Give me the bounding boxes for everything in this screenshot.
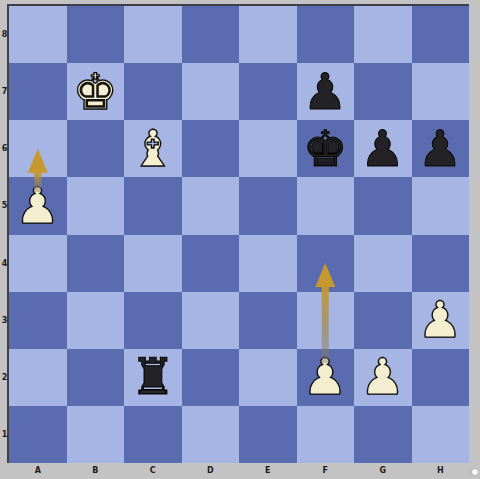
square-h4[interactable] (412, 235, 470, 292)
rank-label: 2 (0, 349, 9, 406)
piece-black-pawn[interactable]: ♟ (303, 67, 348, 117)
square-b7[interactable]: ♚ (67, 63, 125, 120)
square-d6[interactable] (182, 120, 240, 177)
piece-black-pawn[interactable]: ♟ (360, 124, 405, 174)
square-g7[interactable] (354, 63, 412, 120)
square-a5[interactable]: ♟ (9, 177, 67, 234)
square-f5[interactable] (297, 177, 355, 234)
square-h8[interactable] (412, 6, 470, 63)
rank-label: 3 (0, 292, 9, 349)
square-g2[interactable]: ♟ (354, 349, 412, 406)
piece-white-king[interactable]: ♚ (73, 67, 118, 117)
square-e7[interactable] (239, 63, 297, 120)
square-f4[interactable] (297, 235, 355, 292)
square-h3[interactable]: ♟ (412, 292, 470, 349)
square-b8[interactable] (67, 6, 125, 63)
square-f8[interactable] (297, 6, 355, 63)
square-f7[interactable]: ♟ (297, 63, 355, 120)
file-label: G (354, 463, 412, 477)
square-b5[interactable] (67, 177, 125, 234)
square-c7[interactable] (124, 63, 182, 120)
square-h2[interactable] (412, 349, 470, 406)
square-h6[interactable]: ♟ (412, 120, 470, 177)
square-e1[interactable] (239, 406, 297, 463)
square-c5[interactable] (124, 177, 182, 234)
square-e6[interactable] (239, 120, 297, 177)
square-b4[interactable] (67, 235, 125, 292)
square-d3[interactable] (182, 292, 240, 349)
square-a4[interactable] (9, 235, 67, 292)
rank-label: 8 (0, 6, 9, 63)
square-g5[interactable] (354, 177, 412, 234)
square-g8[interactable] (354, 6, 412, 63)
square-a1[interactable] (9, 406, 67, 463)
chess-board-frame: ♚♟♝♚♟♟♟♟♜♟♟ 87654321 ABCDEFGH (0, 0, 480, 479)
square-e3[interactable] (239, 292, 297, 349)
square-d8[interactable] (182, 6, 240, 63)
file-label: E (239, 463, 297, 477)
square-b6[interactable] (67, 120, 125, 177)
square-h7[interactable] (412, 63, 470, 120)
square-d2[interactable] (182, 349, 240, 406)
square-a8[interactable] (9, 6, 67, 63)
piece-black-rook[interactable]: ♜ (130, 352, 175, 402)
rank-label: 1 (0, 406, 9, 463)
square-g4[interactable] (354, 235, 412, 292)
rank-label: 5 (0, 177, 9, 234)
square-g1[interactable] (354, 406, 412, 463)
file-label: C (124, 463, 182, 477)
square-b2[interactable] (67, 349, 125, 406)
square-a6[interactable] (9, 120, 67, 177)
square-e5[interactable] (239, 177, 297, 234)
square-g6[interactable]: ♟ (354, 120, 412, 177)
square-f3[interactable] (297, 292, 355, 349)
file-label: A (9, 463, 67, 477)
piece-black-pawn[interactable]: ♟ (418, 124, 463, 174)
square-b3[interactable] (67, 292, 125, 349)
rank-label: 4 (0, 235, 9, 292)
file-label: D (182, 463, 240, 477)
piece-white-pawn[interactable]: ♟ (303, 352, 348, 402)
resize-handle-dot (472, 469, 478, 475)
square-h5[interactable] (412, 177, 470, 234)
board: ♚♟♝♚♟♟♟♟♜♟♟ (9, 6, 469, 463)
piece-black-king[interactable]: ♚ (303, 124, 348, 174)
piece-white-bishop[interactable]: ♝ (130, 124, 175, 174)
file-label: B (67, 463, 125, 477)
square-d7[interactable] (182, 63, 240, 120)
square-g3[interactable] (354, 292, 412, 349)
square-e4[interactable] (239, 235, 297, 292)
square-a3[interactable] (9, 292, 67, 349)
square-d1[interactable] (182, 406, 240, 463)
square-d4[interactable] (182, 235, 240, 292)
square-f2[interactable]: ♟ (297, 349, 355, 406)
rank-label: 6 (0, 120, 9, 177)
square-e2[interactable] (239, 349, 297, 406)
file-label: F (297, 463, 355, 477)
piece-white-pawn[interactable]: ♟ (15, 181, 60, 231)
square-f6[interactable]: ♚ (297, 120, 355, 177)
file-labels: ABCDEFGH (9, 463, 469, 477)
square-f1[interactable] (297, 406, 355, 463)
rank-label: 7 (0, 63, 9, 120)
square-c1[interactable] (124, 406, 182, 463)
square-c4[interactable] (124, 235, 182, 292)
square-a7[interactable] (9, 63, 67, 120)
rank-labels: 87654321 (0, 6, 9, 463)
square-b1[interactable] (67, 406, 125, 463)
square-c6[interactable]: ♝ (124, 120, 182, 177)
square-d5[interactable] (182, 177, 240, 234)
square-e8[interactable] (239, 6, 297, 63)
square-a2[interactable] (9, 349, 67, 406)
square-c8[interactable] (124, 6, 182, 63)
square-c2[interactable]: ♜ (124, 349, 182, 406)
piece-white-pawn[interactable]: ♟ (418, 295, 463, 345)
square-c3[interactable] (124, 292, 182, 349)
piece-white-pawn[interactable]: ♟ (360, 352, 405, 402)
square-h1[interactable] (412, 406, 470, 463)
file-label: H (412, 463, 470, 477)
